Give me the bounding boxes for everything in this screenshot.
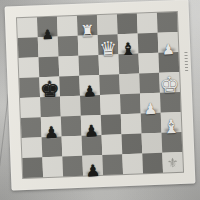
white-rook-d8[interactable]: ♜ (77, 21, 98, 40)
king-glyph: ♚ (39, 79, 60, 102)
square-a7[interactable] (18, 37, 39, 58)
white-pawn-h7[interactable]: ♟ (158, 41, 179, 57)
black-king-b5[interactable]: ♚ (39, 77, 60, 102)
square-a6[interactable] (19, 57, 40, 78)
king-glyph: ♚ (159, 74, 180, 97)
square-e4[interactable] (100, 94, 121, 115)
black-pawn-b3[interactable]: ♟ (41, 123, 62, 142)
pawn-glyph: ♟ (85, 163, 100, 180)
black-bishop-f7[interactable]: ♝ (118, 39, 139, 59)
pawn-glyph: ♟ (44, 125, 59, 142)
square-e2[interactable] (102, 134, 123, 155)
white-pawn-g4[interactable]: ♟ (140, 100, 161, 118)
square-c4[interactable] (60, 96, 81, 117)
square-a2[interactable] (22, 137, 43, 158)
square-f2[interactable] (122, 133, 143, 154)
square-c5[interactable] (59, 76, 80, 97)
square-c1[interactable] (62, 156, 83, 177)
square-f4[interactable] (120, 93, 141, 114)
square-c6[interactable] (58, 56, 79, 77)
pawn-glyph: ♟ (144, 102, 158, 118)
square-d6[interactable] (78, 55, 99, 76)
square-g1[interactable] (142, 153, 163, 174)
square-b1[interactable] (42, 156, 63, 177)
square-c8[interactable] (57, 16, 78, 37)
square-a4[interactable] (20, 97, 41, 118)
square-g7[interactable] (138, 33, 159, 54)
square-g6[interactable] (138, 53, 159, 74)
square-c2[interactable] (62, 136, 83, 157)
pawn-glyph: ♟ (42, 28, 54, 41)
square-g5[interactable] (139, 73, 160, 94)
square-a5[interactable] (19, 77, 40, 98)
corner-emblem-icon: ⚜ (162, 152, 183, 173)
square-g2[interactable] (142, 133, 163, 154)
square-e8[interactable] (97, 14, 118, 35)
square-h8[interactable] (157, 12, 178, 33)
square-f5[interactable] (119, 73, 140, 94)
square-e1[interactable] (102, 154, 123, 175)
queen-glyph: ♛ (99, 38, 118, 59)
chess-photo: ⚜♟♜♛♝♟♚♟♚♟♟♟♝♟ (0, 0, 200, 200)
square-b6[interactable] (39, 57, 60, 78)
white-bishop-h3[interactable]: ♝ (161, 115, 182, 137)
black-pawn-b8[interactable]: ♟ (37, 27, 58, 42)
black-pawn-d3[interactable]: ♟ (81, 121, 102, 140)
square-a3[interactable] (21, 117, 42, 138)
white-queen-e7[interactable]: ♛ (98, 36, 119, 59)
square-f8[interactable] (117, 14, 138, 35)
square-c7[interactable] (58, 36, 79, 57)
square-f1[interactable] (122, 153, 143, 174)
rook-glyph: ♜ (80, 23, 95, 40)
square-e3[interactable] (101, 114, 122, 135)
frame-brand-text (184, 52, 188, 72)
square-f3[interactable] (121, 113, 142, 134)
pawn-glyph: ♟ (162, 42, 175, 56)
bishop-glyph: ♝ (162, 117, 180, 137)
white-king-h5[interactable]: ♚ (159, 72, 180, 97)
black-pawn-d5[interactable]: ♟ (80, 82, 101, 100)
pawn-glyph: ♟ (84, 123, 99, 140)
square-g8[interactable] (137, 13, 158, 34)
square-a1[interactable] (22, 157, 43, 178)
black-pawn-d1[interactable]: ♟ (83, 161, 104, 180)
pawn-glyph: ♟ (83, 84, 97, 100)
square-c3[interactable] (61, 116, 82, 137)
square-a8[interactable] (17, 17, 38, 38)
square-e5[interactable] (99, 74, 120, 95)
bishop-glyph: ♝ (120, 41, 136, 59)
chessboard: ⚜♟♜♛♝♟♚♟♚♟♟♟♝♟ (5, 0, 196, 190)
